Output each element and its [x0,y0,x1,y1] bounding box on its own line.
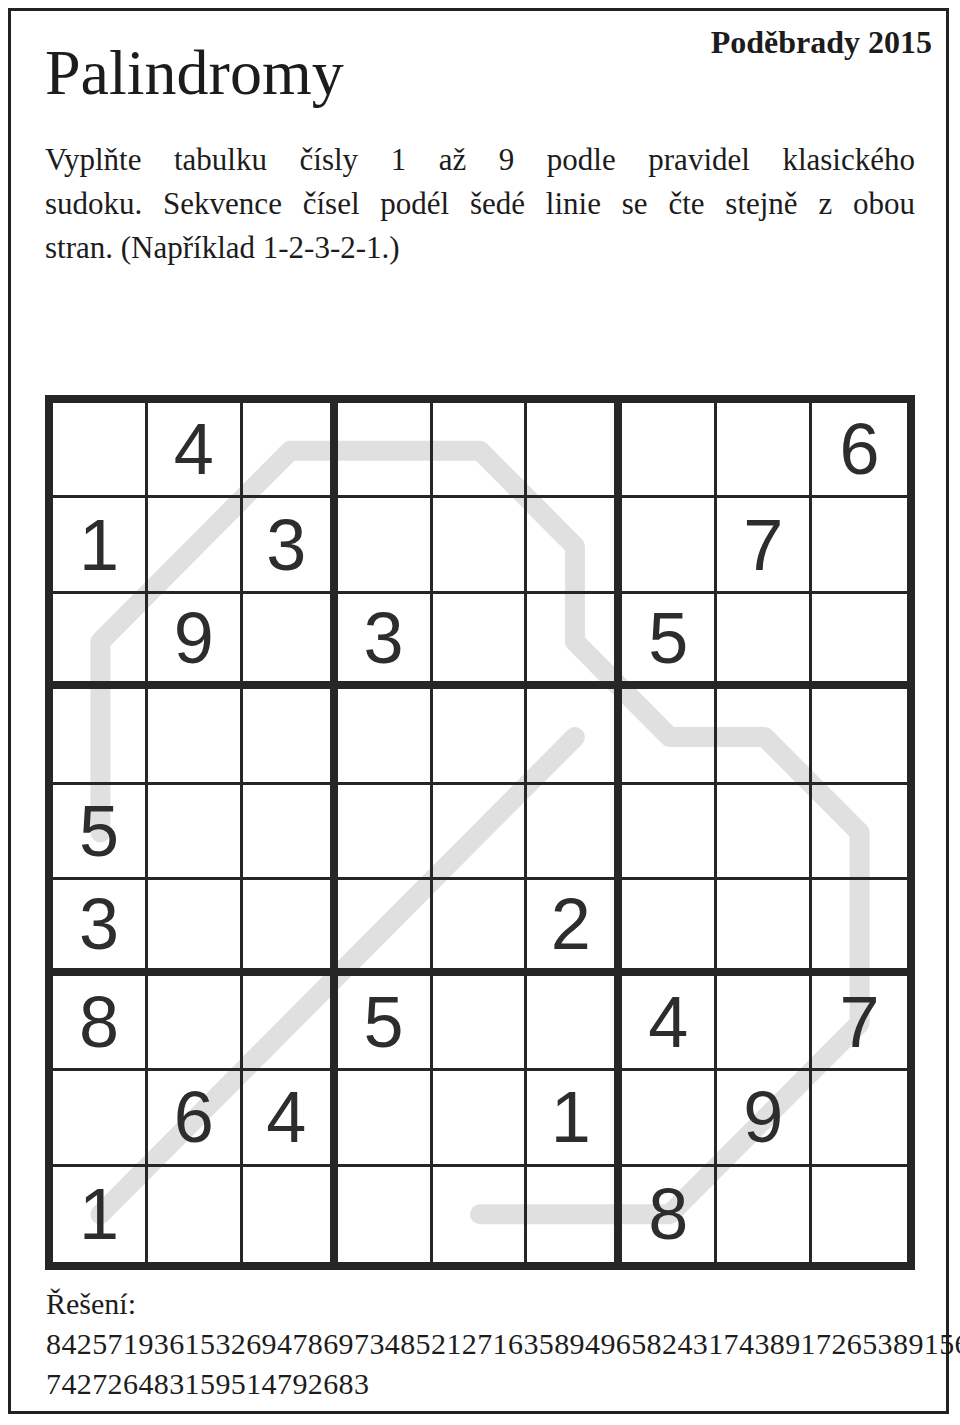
sudoku-cell-r2c5[interactable] [433,498,528,593]
solution-label: Řešení: [46,1284,926,1324]
sudoku-cell-r3c8[interactable] [717,594,812,689]
sudoku-cell-r3c6[interactable] [527,594,622,689]
instructions-line-2: sudoku. Sekvence čísel podél šedé linie … [45,182,915,226]
sudoku-cell-r8c4[interactable] [338,1071,433,1166]
instructions-line-1: Vyplňte tabulku čísly 1 až 9 podle pravi… [45,138,915,182]
sudoku-cell-r6c4[interactable] [338,880,433,975]
sudoku-cell-r3c3[interactable] [243,594,338,689]
sudoku-cell-r5c8[interactable] [717,785,812,880]
sudoku-cell-r4c8[interactable] [717,689,812,784]
sudoku-cell-r2c1[interactable]: 1 [53,498,148,593]
sudoku-cell-r3c9[interactable] [812,594,907,689]
sudoku-cell-r8c6[interactable]: 1 [527,1071,622,1166]
sudoku-cell-r5c9[interactable] [812,785,907,880]
sudoku-cell-r4c3[interactable] [243,689,338,784]
sudoku-cell-r4c5[interactable] [433,689,528,784]
sudoku-cell-r5c3[interactable] [243,785,338,880]
sudoku-cell-r2c3[interactable]: 3 [243,498,338,593]
sudoku-cell-r6c1[interactable]: 3 [53,880,148,975]
sudoku-cell-r1c5[interactable] [433,403,528,498]
sudoku-cell-r9c3[interactable] [243,1167,338,1262]
sudoku-cell-r7c3[interactable] [243,976,338,1071]
sudoku-cell-r8c1[interactable] [53,1071,148,1166]
sudoku-cell-r4c4[interactable] [338,689,433,784]
sudoku-cell-r7c1[interactable]: 8 [53,976,148,1071]
sudoku-cell-r2c4[interactable] [338,498,433,593]
sudoku-cell-r8c5[interactable] [433,1071,528,1166]
sudoku-cell-r9c4[interactable] [338,1167,433,1262]
sudoku-cells: 461379355328547641918 [53,403,907,1262]
sudoku-cell-r6c5[interactable] [433,880,528,975]
sudoku-cell-r2c9[interactable] [812,498,907,593]
sudoku-cell-r3c7[interactable]: 5 [622,594,717,689]
sudoku-cell-r1c8[interactable] [717,403,812,498]
sudoku-cell-r7c9[interactable]: 7 [812,976,907,1071]
sudoku-cell-r7c5[interactable] [433,976,528,1071]
sudoku-cell-r6c7[interactable] [622,880,717,975]
sudoku-cell-r3c2[interactable]: 9 [148,594,243,689]
sudoku-cell-r2c7[interactable] [622,498,717,593]
sudoku-cell-r8c9[interactable] [812,1071,907,1166]
solution-digits-line-1: 8425719361532694786973485212716358949658… [46,1324,926,1364]
sudoku-cell-r6c6[interactable]: 2 [527,880,622,975]
sudoku-cell-r1c6[interactable] [527,403,622,498]
sudoku-cell-r1c3[interactable] [243,403,338,498]
sudoku-cell-r4c1[interactable] [53,689,148,784]
puzzle-page: Poděbrady 2015 Palindromy Vyplňte tabulk… [0,0,960,1425]
sudoku-cell-r9c8[interactable] [717,1167,812,1262]
sudoku-cell-r1c1[interactable] [53,403,148,498]
sudoku-cell-r6c3[interactable] [243,880,338,975]
sudoku-cell-r8c8[interactable]: 9 [717,1071,812,1166]
instructions-line-3: stran. (Například 1-2-3-2-1.) [45,226,915,270]
sudoku-cell-r3c5[interactable] [433,594,528,689]
sudoku-cell-r9c5[interactable] [433,1167,528,1262]
sudoku-cell-r5c2[interactable] [148,785,243,880]
page-title: Palindromy [45,38,344,108]
sudoku-cell-r1c2[interactable]: 4 [148,403,243,498]
sudoku-cell-r3c1[interactable] [53,594,148,689]
sudoku-cell-r4c9[interactable] [812,689,907,784]
sudoku-cell-r8c3[interactable]: 4 [243,1071,338,1166]
sudoku-board: 461379355328547641918 [45,395,915,1270]
sudoku-cell-r7c2[interactable] [148,976,243,1071]
sudoku-cell-r1c4[interactable] [338,403,433,498]
sudoku-cell-r6c8[interactable] [717,880,812,975]
sudoku-cell-r7c8[interactable] [717,976,812,1071]
sudoku-cell-r1c7[interactable] [622,403,717,498]
sudoku-cell-r9c2[interactable] [148,1167,243,1262]
sudoku-cell-r5c5[interactable] [433,785,528,880]
sudoku-cell-r8c2[interactable]: 6 [148,1071,243,1166]
sudoku-cell-r7c7[interactable]: 4 [622,976,717,1071]
event-label: Poděbrady 2015 [711,24,932,61]
sudoku-cell-r1c9[interactable]: 6 [812,403,907,498]
sudoku-cell-r2c8[interactable]: 7 [717,498,812,593]
sudoku-cell-r7c4[interactable]: 5 [338,976,433,1071]
sudoku-cell-r6c2[interactable] [148,880,243,975]
sudoku-cell-r7c6[interactable] [527,976,622,1071]
sudoku-cell-r9c7[interactable]: 8 [622,1167,717,1262]
sudoku-cell-r2c2[interactable] [148,498,243,593]
sudoku-cell-r5c7[interactable] [622,785,717,880]
sudoku-cell-r9c1[interactable]: 1 [53,1167,148,1262]
sudoku-cell-r4c7[interactable] [622,689,717,784]
sudoku-cell-r9c9[interactable] [812,1167,907,1262]
solution-block: Řešení: 84257193615326947869734852127163… [46,1284,926,1404]
sudoku-cell-r2c6[interactable] [527,498,622,593]
sudoku-cell-r5c4[interactable] [338,785,433,880]
sudoku-cell-r4c2[interactable] [148,689,243,784]
sudoku-cell-r8c7[interactable] [622,1071,717,1166]
sudoku-cell-r4c6[interactable] [527,689,622,784]
sudoku-cell-r3c4[interactable]: 3 [338,594,433,689]
sudoku-cell-r5c6[interactable] [527,785,622,880]
solution-digits-line-2: 742726483159514792683 [46,1364,926,1404]
sudoku-cell-r9c6[interactable] [527,1167,622,1262]
sudoku-cell-r6c9[interactable] [812,880,907,975]
instructions: Vyplňte tabulku čísly 1 až 9 podle pravi… [45,138,915,270]
sudoku-cell-r5c1[interactable]: 5 [53,785,148,880]
